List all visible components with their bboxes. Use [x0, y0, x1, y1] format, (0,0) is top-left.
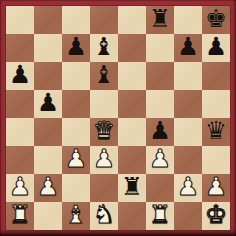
piece-white-knight[interactable]: ♞: [93, 202, 115, 229]
square-c6[interactable]: [62, 62, 90, 90]
square-d5[interactable]: [90, 90, 118, 118]
square-c3[interactable]: ♟: [62, 146, 90, 174]
piece-white-bishop[interactable]: ♝: [65, 202, 87, 229]
square-d6[interactable]: ♝: [90, 62, 118, 90]
square-e2[interactable]: ♜: [118, 174, 146, 202]
square-g5[interactable]: [174, 90, 202, 118]
piece-black-bishop[interactable]: ♝: [93, 62, 115, 89]
square-e4[interactable]: [118, 118, 146, 146]
square-e3[interactable]: [118, 146, 146, 174]
square-a1[interactable]: ♜: [6, 202, 34, 230]
square-h5[interactable]: [202, 90, 230, 118]
square-h8[interactable]: ♚: [202, 6, 230, 34]
piece-black-rook[interactable]: ♜: [149, 6, 171, 33]
piece-white-pawn[interactable]: ♟: [205, 174, 227, 201]
square-h3[interactable]: [202, 146, 230, 174]
square-a5[interactable]: [6, 90, 34, 118]
piece-white-pawn[interactable]: ♟: [149, 146, 171, 173]
square-g1[interactable]: [174, 202, 202, 230]
square-e1[interactable]: [118, 202, 146, 230]
square-c7[interactable]: ♟: [62, 34, 90, 62]
square-c8[interactable]: [62, 6, 90, 34]
piece-white-pawn[interactable]: ♟: [65, 146, 87, 173]
square-h6[interactable]: [202, 62, 230, 90]
square-b3[interactable]: [34, 146, 62, 174]
square-a7[interactable]: [6, 34, 34, 62]
piece-black-king[interactable]: ♚: [205, 6, 227, 33]
square-c2[interactable]: [62, 174, 90, 202]
piece-black-pawn[interactable]: ♟: [205, 34, 227, 61]
square-b4[interactable]: [34, 118, 62, 146]
piece-white-pawn[interactable]: ♟: [93, 146, 115, 173]
square-e8[interactable]: [118, 6, 146, 34]
square-d7[interactable]: ♝: [90, 34, 118, 62]
square-a3[interactable]: [6, 146, 34, 174]
square-f2[interactable]: [146, 174, 174, 202]
piece-white-pawn[interactable]: ♟: [9, 174, 31, 201]
square-d1[interactable]: ♞: [90, 202, 118, 230]
square-b8[interactable]: [34, 6, 62, 34]
piece-black-pawn[interactable]: ♟: [149, 118, 171, 145]
square-e7[interactable]: [118, 34, 146, 62]
square-f5[interactable]: [146, 90, 174, 118]
square-f1[interactable]: ♜: [146, 202, 174, 230]
square-f8[interactable]: ♜: [146, 6, 174, 34]
square-h4[interactable]: ♛: [202, 118, 230, 146]
piece-white-rook[interactable]: ♜: [9, 202, 31, 229]
piece-black-pawn[interactable]: ♟: [177, 34, 199, 61]
board-frame: ♜♚♟♝♟♟♟♝♟♛♟♛♟♟♟♟♟♜♟♟♜♝♞♜♚: [0, 0, 236, 236]
square-a2[interactable]: ♟: [6, 174, 34, 202]
square-f4[interactable]: ♟: [146, 118, 174, 146]
square-c4[interactable]: [62, 118, 90, 146]
piece-white-king[interactable]: ♚: [205, 202, 227, 229]
square-d3[interactable]: ♟: [90, 146, 118, 174]
square-d8[interactable]: [90, 6, 118, 34]
square-f7[interactable]: [146, 34, 174, 62]
square-h7[interactable]: ♟: [202, 34, 230, 62]
square-g3[interactable]: [174, 146, 202, 174]
square-a6[interactable]: ♟: [6, 62, 34, 90]
square-c5[interactable]: [62, 90, 90, 118]
square-b5[interactable]: ♟: [34, 90, 62, 118]
piece-black-bishop[interactable]: ♝: [93, 34, 115, 61]
square-d4[interactable]: ♛: [90, 118, 118, 146]
chess-board: ♜♚♟♝♟♟♟♝♟♛♟♛♟♟♟♟♟♜♟♟♜♝♞♜♚: [6, 6, 230, 230]
square-g6[interactable]: [174, 62, 202, 90]
square-g8[interactable]: [174, 6, 202, 34]
square-b1[interactable]: [34, 202, 62, 230]
square-b7[interactable]: [34, 34, 62, 62]
piece-white-pawn[interactable]: ♟: [37, 174, 59, 201]
square-h2[interactable]: ♟: [202, 174, 230, 202]
square-g4[interactable]: [174, 118, 202, 146]
square-f3[interactable]: ♟: [146, 146, 174, 174]
square-e5[interactable]: [118, 90, 146, 118]
piece-black-queen[interactable]: ♛: [205, 118, 227, 145]
piece-white-queen[interactable]: ♛: [93, 118, 115, 145]
square-f6[interactable]: [146, 62, 174, 90]
square-h1[interactable]: ♚: [202, 202, 230, 230]
square-a8[interactable]: [6, 6, 34, 34]
piece-white-pawn[interactable]: ♟: [177, 174, 199, 201]
square-b2[interactable]: ♟: [34, 174, 62, 202]
square-b6[interactable]: [34, 62, 62, 90]
square-d2[interactable]: [90, 174, 118, 202]
square-a4[interactable]: [6, 118, 34, 146]
square-g2[interactable]: ♟: [174, 174, 202, 202]
piece-black-pawn[interactable]: ♟: [9, 62, 31, 89]
square-e6[interactable]: [118, 62, 146, 90]
piece-white-rook[interactable]: ♜: [149, 202, 171, 229]
piece-black-pawn[interactable]: ♟: [65, 34, 87, 61]
square-c1[interactable]: ♝: [62, 202, 90, 230]
piece-black-pawn[interactable]: ♟: [37, 90, 59, 117]
square-g7[interactable]: ♟: [174, 34, 202, 62]
piece-black-rook[interactable]: ♜: [121, 174, 143, 201]
